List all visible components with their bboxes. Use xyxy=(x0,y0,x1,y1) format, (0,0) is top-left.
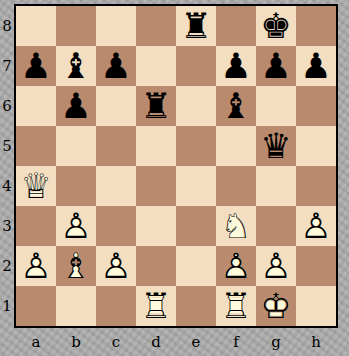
white-pawn-outline: ♙ xyxy=(216,246,256,286)
rank-label-5: 5 xyxy=(0,126,14,166)
black-pawn-glyph: ♟ xyxy=(216,46,256,86)
square-d4[interactable] xyxy=(136,166,176,206)
rank-label-7: 7 xyxy=(0,46,14,86)
square-g3[interactable] xyxy=(256,206,296,246)
board-frame: ♜♚♟♝♟♟♟♟♟♜♝♛♛♕♟♙♞♘♟♙♟♙♝♗♟♙♟♙♟♙♜♖♜♖♚♔ xyxy=(14,4,338,328)
piece-white-pawn[interactable]: ♟♙ xyxy=(256,246,296,286)
black-rook-glyph: ♜ xyxy=(136,86,176,126)
rank-label-1: 1 xyxy=(0,286,14,326)
piece-black-pawn[interactable]: ♟ xyxy=(56,86,96,126)
square-a2[interactable]: ♟♙ xyxy=(16,246,56,286)
square-b2[interactable]: ♝♗ xyxy=(56,246,96,286)
file-label-c: c xyxy=(96,330,136,354)
square-d8[interactable] xyxy=(136,6,176,46)
square-f5[interactable] xyxy=(216,126,256,166)
square-f8[interactable] xyxy=(216,6,256,46)
black-pawn-glyph: ♟ xyxy=(296,46,336,86)
file-labels: abcdefgh xyxy=(16,330,336,354)
black-bishop-glyph: ♝ xyxy=(56,46,96,86)
piece-white-bishop[interactable]: ♝♗ xyxy=(56,246,96,286)
square-a3[interactable] xyxy=(16,206,56,246)
black-pawn-glyph: ♟ xyxy=(16,46,56,86)
square-b6[interactable]: ♟ xyxy=(56,86,96,126)
square-g7[interactable]: ♟ xyxy=(256,46,296,86)
black-queen-glyph: ♛ xyxy=(256,126,296,166)
square-f2[interactable]: ♟♙ xyxy=(216,246,256,286)
file-label-a: a xyxy=(16,330,56,354)
white-pawn-outline: ♙ xyxy=(256,246,296,286)
square-d3[interactable] xyxy=(136,206,176,246)
square-d2[interactable] xyxy=(136,246,176,286)
chess-board: ♜♚♟♝♟♟♟♟♟♜♝♛♛♕♟♙♞♘♟♙♟♙♝♗♟♙♟♙♟♙♜♖♜♖♚♔ xyxy=(16,6,336,326)
square-c1[interactable] xyxy=(96,286,136,326)
square-g8[interactable]: ♚ xyxy=(256,6,296,46)
square-b4[interactable] xyxy=(56,166,96,206)
piece-black-rook[interactable]: ♜ xyxy=(176,6,216,46)
white-queen-outline: ♕ xyxy=(16,166,56,206)
square-a7[interactable]: ♟ xyxy=(16,46,56,86)
square-c5[interactable] xyxy=(96,126,136,166)
white-king-outline: ♔ xyxy=(256,286,296,326)
black-king-glyph: ♚ xyxy=(256,6,296,46)
black-bishop-glyph: ♝ xyxy=(216,86,256,126)
square-h5[interactable] xyxy=(296,126,336,166)
square-d6[interactable]: ♜ xyxy=(136,86,176,126)
black-rook-glyph: ♜ xyxy=(176,6,216,46)
square-h1[interactable] xyxy=(296,286,336,326)
square-c6[interactable] xyxy=(96,86,136,126)
square-d7[interactable] xyxy=(136,46,176,86)
white-knight-outline: ♘ xyxy=(216,206,256,246)
piece-white-pawn[interactable]: ♟♙ xyxy=(56,206,96,246)
square-b5[interactable] xyxy=(56,126,96,166)
piece-white-king[interactable]: ♚♔ xyxy=(256,286,296,326)
square-e2[interactable] xyxy=(176,246,216,286)
square-g5[interactable]: ♛ xyxy=(256,126,296,166)
square-h6[interactable] xyxy=(296,86,336,126)
piece-black-bishop[interactable]: ♝ xyxy=(56,46,96,86)
square-h7[interactable]: ♟ xyxy=(296,46,336,86)
square-f7[interactable]: ♟ xyxy=(216,46,256,86)
white-rook-outline: ♖ xyxy=(216,286,256,326)
black-pawn-glyph: ♟ xyxy=(96,46,136,86)
piece-white-rook[interactable]: ♜♖ xyxy=(216,286,256,326)
square-a4[interactable]: ♛♕ xyxy=(16,166,56,206)
square-a1[interactable] xyxy=(16,286,56,326)
rank-label-8: 8 xyxy=(0,6,14,46)
rank-label-2: 2 xyxy=(0,246,14,286)
file-label-h: h xyxy=(296,330,336,354)
white-rook-outline: ♖ xyxy=(136,286,176,326)
file-label-e: e xyxy=(176,330,216,354)
piece-white-knight[interactable]: ♞♘ xyxy=(216,206,256,246)
rank-labels: 87654321 xyxy=(0,6,14,326)
black-pawn-glyph: ♟ xyxy=(256,46,296,86)
piece-white-pawn[interactable]: ♟♙ xyxy=(96,246,136,286)
square-h8[interactable] xyxy=(296,6,336,46)
piece-white-pawn[interactable]: ♟♙ xyxy=(16,246,56,286)
piece-white-pawn[interactable]: ♟♙ xyxy=(216,246,256,286)
piece-white-queen[interactable]: ♛♕ xyxy=(16,166,56,206)
square-g2[interactable]: ♟♙ xyxy=(256,246,296,286)
square-a8[interactable] xyxy=(16,6,56,46)
white-pawn-outline: ♙ xyxy=(296,206,336,246)
square-e3[interactable] xyxy=(176,206,216,246)
rank-label-3: 3 xyxy=(0,206,14,246)
square-g4[interactable] xyxy=(256,166,296,206)
square-h4[interactable] xyxy=(296,166,336,206)
square-g1[interactable]: ♚♔ xyxy=(256,286,296,326)
square-h2[interactable] xyxy=(296,246,336,286)
file-label-b: b xyxy=(56,330,96,354)
square-b1[interactable] xyxy=(56,286,96,326)
file-label-d: d xyxy=(136,330,176,354)
white-pawn-outline: ♙ xyxy=(16,246,56,286)
black-pawn-glyph: ♟ xyxy=(56,86,96,126)
square-f1[interactable]: ♜♖ xyxy=(216,286,256,326)
piece-black-queen[interactable]: ♛ xyxy=(256,126,296,166)
square-b7[interactable]: ♝ xyxy=(56,46,96,86)
square-c3[interactable] xyxy=(96,206,136,246)
square-a6[interactable] xyxy=(16,86,56,126)
square-b3[interactable]: ♟♙ xyxy=(56,206,96,246)
square-h3[interactable]: ♟♙ xyxy=(296,206,336,246)
piece-black-rook[interactable]: ♜ xyxy=(136,86,176,126)
square-b8[interactable] xyxy=(56,6,96,46)
white-pawn-outline: ♙ xyxy=(56,206,96,246)
square-e7[interactable] xyxy=(176,46,216,86)
square-d5[interactable] xyxy=(136,126,176,166)
piece-black-king[interactable]: ♚ xyxy=(256,6,296,46)
square-c4[interactable] xyxy=(96,166,136,206)
square-c7[interactable]: ♟ xyxy=(96,46,136,86)
square-e4[interactable] xyxy=(176,166,216,206)
file-label-f: f xyxy=(216,330,256,354)
square-a5[interactable] xyxy=(16,126,56,166)
square-e5[interactable] xyxy=(176,126,216,166)
piece-black-pawn[interactable]: ♟ xyxy=(96,46,136,86)
piece-black-bishop[interactable]: ♝ xyxy=(216,86,256,126)
square-c8[interactable] xyxy=(96,6,136,46)
square-g6[interactable] xyxy=(256,86,296,126)
rank-label-6: 6 xyxy=(0,86,14,126)
piece-black-pawn[interactable]: ♟ xyxy=(16,46,56,86)
square-d1[interactable]: ♜♖ xyxy=(136,286,176,326)
chess-diagram: 87654321 ♜♚♟♝♟♟♟♟♟♜♝♛♛♕♟♙♞♘♟♙♟♙♝♗♟♙♟♙♟♙♜… xyxy=(0,0,349,356)
square-e8[interactable]: ♜ xyxy=(176,6,216,46)
rank-label-4: 4 xyxy=(0,166,14,206)
white-bishop-outline: ♗ xyxy=(56,246,96,286)
piece-black-pawn[interactable]: ♟ xyxy=(216,46,256,86)
piece-black-pawn[interactable]: ♟ xyxy=(296,46,336,86)
white-pawn-outline: ♙ xyxy=(96,246,136,286)
square-c2[interactable]: ♟♙ xyxy=(96,246,136,286)
piece-white-rook[interactable]: ♜♖ xyxy=(136,286,176,326)
piece-white-pawn[interactable]: ♟♙ xyxy=(296,206,336,246)
square-f3[interactable]: ♞♘ xyxy=(216,206,256,246)
file-label-g: g xyxy=(256,330,296,354)
piece-black-pawn[interactable]: ♟ xyxy=(256,46,296,86)
square-f6[interactable]: ♝ xyxy=(216,86,256,126)
square-e1[interactable] xyxy=(176,286,216,326)
square-f4[interactable] xyxy=(216,166,256,206)
square-e6[interactable] xyxy=(176,86,216,126)
